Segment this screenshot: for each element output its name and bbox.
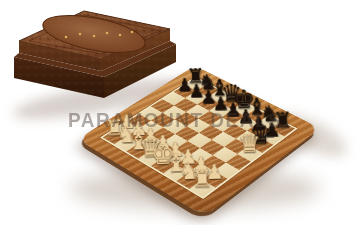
piece-glyph: ♜: [191, 167, 213, 191]
piece-glyph: ♛: [237, 129, 261, 156]
watermark: PARAMOUNT DEALS: [68, 109, 282, 132]
product-photo-scene: ♜♞♝♛♚♝♞♜♟♟♟♟♟♟♟♟♛♛♟♟♟♟♟♟♟♟♜♞♝♛♚♝♞♜ PARAM…: [0, 0, 360, 225]
